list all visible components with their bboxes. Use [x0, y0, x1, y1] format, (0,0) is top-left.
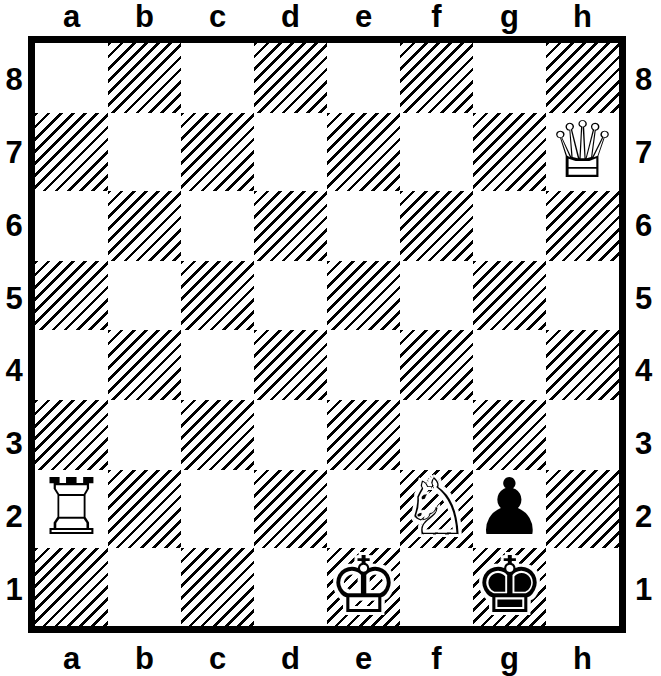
file-label-bottom-c: c	[181, 633, 254, 676]
rank-label-left-6: 6	[0, 189, 28, 262]
square-g2[interactable]: ♟	[473, 470, 546, 548]
square-c6[interactable]	[181, 191, 254, 261]
square-h8[interactable]	[546, 43, 619, 113]
square-d7[interactable]	[254, 113, 327, 191]
rank-label-left-2: 2	[0, 480, 28, 553]
square-a1[interactable]	[35, 548, 108, 626]
square-c1[interactable]	[181, 548, 254, 626]
file-label-bottom-a: a	[35, 633, 108, 676]
file-labels-top: abcdefgh	[28, 0, 626, 36]
square-f2[interactable]: ♘	[400, 470, 473, 548]
square-e2[interactable]	[327, 470, 400, 548]
rank-label-left-1: 1	[0, 553, 28, 626]
square-b1[interactable]	[108, 548, 181, 626]
square-e7[interactable]	[327, 113, 400, 191]
file-label-top-d: d	[254, 0, 327, 36]
rank-label-right-1: 1	[626, 553, 661, 626]
square-a6[interactable]	[35, 191, 108, 261]
square-b2[interactable]	[108, 470, 181, 548]
square-h5[interactable]	[546, 261, 619, 331]
square-c2[interactable]	[181, 470, 254, 548]
square-g4[interactable]	[473, 330, 546, 400]
square-c3[interactable]	[181, 400, 254, 470]
black-pawn: ♟	[475, 468, 545, 546]
chess-diagram: abcdefgh 87654321 ♕♖♘♟♔♚ 87654321 abcdef…	[0, 0, 661, 676]
square-d3[interactable]	[254, 400, 327, 470]
rank-label-left-8: 8	[0, 43, 28, 116]
square-f6[interactable]	[400, 191, 473, 261]
square-g1[interactable]: ♚	[473, 548, 546, 626]
square-g7[interactable]	[473, 113, 546, 191]
square-d8[interactable]	[254, 43, 327, 113]
file-label-bottom-b: b	[108, 633, 181, 676]
square-e5[interactable]	[327, 261, 400, 331]
square-a8[interactable]	[35, 43, 108, 113]
file-label-top-b: b	[108, 0, 181, 36]
file-label-bottom-h: h	[546, 633, 619, 676]
square-a2[interactable]: ♖	[35, 470, 108, 548]
square-h4[interactable]	[546, 330, 619, 400]
square-a7[interactable]	[35, 113, 108, 191]
white-queen: ♕	[548, 111, 618, 189]
square-f7[interactable]	[400, 113, 473, 191]
square-d2[interactable]	[254, 470, 327, 548]
rank-labels-left: 87654321	[0, 36, 28, 633]
rank-label-right-4: 4	[626, 335, 661, 408]
square-g6[interactable]	[473, 191, 546, 261]
square-d5[interactable]	[254, 261, 327, 331]
rank-label-right-7: 7	[626, 116, 661, 189]
white-rook: ♖	[37, 468, 107, 546]
rank-label-right-3: 3	[626, 407, 661, 480]
square-f3[interactable]	[400, 400, 473, 470]
corner-top-right	[626, 0, 661, 36]
file-label-bottom-f: f	[400, 633, 473, 676]
file-label-top-a: a	[35, 0, 108, 36]
square-h3[interactable]	[546, 400, 619, 470]
square-b7[interactable]	[108, 113, 181, 191]
square-g5[interactable]	[473, 261, 546, 331]
file-label-bottom-g: g	[473, 633, 546, 676]
square-e3[interactable]	[327, 400, 400, 470]
square-c4[interactable]	[181, 330, 254, 400]
square-b8[interactable]	[108, 43, 181, 113]
square-b5[interactable]	[108, 261, 181, 331]
square-f1[interactable]	[400, 548, 473, 626]
rank-label-right-5: 5	[626, 262, 661, 335]
file-label-top-h: h	[546, 0, 619, 36]
file-label-top-g: g	[473, 0, 546, 36]
square-a4[interactable]	[35, 330, 108, 400]
square-c7[interactable]	[181, 113, 254, 191]
file-label-bottom-d: d	[254, 633, 327, 676]
square-b3[interactable]	[108, 400, 181, 470]
square-g3[interactable]	[473, 400, 546, 470]
white-knight: ♘	[402, 468, 472, 546]
rank-label-left-4: 4	[0, 335, 28, 408]
square-d1[interactable]	[254, 548, 327, 626]
square-h7[interactable]: ♕	[546, 113, 619, 191]
file-label-top-c: c	[181, 0, 254, 36]
square-g8[interactable]	[473, 43, 546, 113]
white-king: ♔	[329, 546, 399, 624]
square-f8[interactable]	[400, 43, 473, 113]
rank-label-right-6: 6	[626, 189, 661, 262]
file-labels-bottom: abcdefgh	[28, 633, 626, 676]
square-h2[interactable]	[546, 470, 619, 548]
square-f4[interactable]	[400, 330, 473, 400]
corner-bottom-left	[0, 633, 28, 676]
square-c8[interactable]	[181, 43, 254, 113]
square-c5[interactable]	[181, 261, 254, 331]
rank-labels-right: 87654321	[626, 36, 661, 633]
rank-label-left-7: 7	[0, 116, 28, 189]
square-h1[interactable]	[546, 548, 619, 626]
square-h6[interactable]	[546, 191, 619, 261]
square-d6[interactable]	[254, 191, 327, 261]
rank-label-right-8: 8	[626, 43, 661, 116]
rank-label-left-5: 5	[0, 262, 28, 335]
square-b4[interactable]	[108, 330, 181, 400]
square-f5[interactable]	[400, 261, 473, 331]
black-king: ♚	[475, 546, 545, 624]
square-b6[interactable]	[108, 191, 181, 261]
chess-board: ♕♖♘♟♔♚	[28, 36, 626, 633]
file-label-top-f: f	[400, 0, 473, 36]
square-a3[interactable]	[35, 400, 108, 470]
rank-label-left-3: 3	[0, 407, 28, 480]
rank-label-right-2: 2	[626, 480, 661, 553]
square-a5[interactable]	[35, 261, 108, 331]
file-label-top-e: e	[327, 0, 400, 36]
square-d4[interactable]	[254, 330, 327, 400]
square-e6[interactable]	[327, 191, 400, 261]
file-label-bottom-e: e	[327, 633, 400, 676]
square-e1[interactable]: ♔	[327, 548, 400, 626]
square-e8[interactable]	[327, 43, 400, 113]
corner-top-left	[0, 0, 28, 36]
square-e4[interactable]	[327, 330, 400, 400]
corner-bottom-right	[626, 633, 661, 676]
